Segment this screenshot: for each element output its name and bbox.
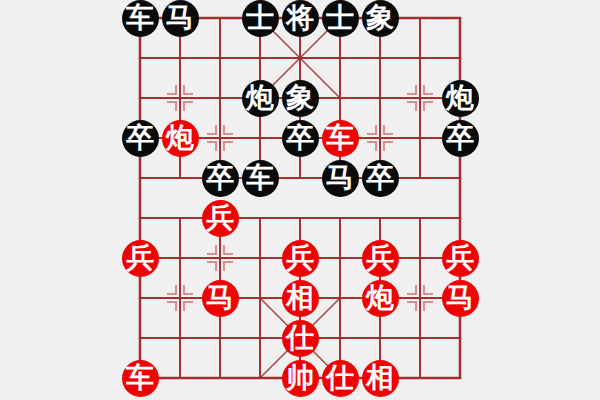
piece-red-soldier-4[interactable]: 兵 <box>362 240 399 277</box>
piece-red-chariot-2[interactable]: 车 <box>122 360 159 397</box>
piece-red-soldier-5[interactable]: 兵 <box>442 240 479 277</box>
piece-black-soldier-3[interactable]: 卒 <box>442 120 479 157</box>
piece-black-elephant-2[interactable]: 象 <box>282 80 319 117</box>
xiangqi-app: 车马士将士象炮象炮卒卒卒卒车马卒炮车兵兵兵兵兵马相炮马仕车帅仕相 <box>0 0 600 400</box>
piece-red-soldier-2[interactable]: 兵 <box>122 240 159 277</box>
piece-red-chariot-1[interactable]: 车 <box>322 120 359 157</box>
piece-red-cannon-2[interactable]: 炮 <box>362 280 399 317</box>
piece-black-cannon-1[interactable]: 炮 <box>242 80 279 117</box>
piece-black-soldier-4[interactable]: 卒 <box>202 160 239 197</box>
piece-red-soldier-1[interactable]: 兵 <box>202 200 239 237</box>
piece-red-elephant-1[interactable]: 相 <box>282 280 319 317</box>
piece-black-advisor-2[interactable]: 士 <box>322 0 359 37</box>
piece-black-elephant-1[interactable]: 象 <box>362 0 399 37</box>
piece-black-horse-2[interactable]: 马 <box>322 160 359 197</box>
piece-red-elephant-2[interactable]: 相 <box>362 360 399 397</box>
piece-red-cannon-1[interactable]: 炮 <box>162 120 199 157</box>
piece-black-chariot-2[interactable]: 车 <box>242 160 279 197</box>
piece-red-advisor-1[interactable]: 仕 <box>282 320 319 357</box>
piece-red-general[interactable]: 帅 <box>282 360 319 397</box>
pieces-layer: 车马士将士象炮象炮卒卒卒卒车马卒炮车兵兵兵兵兵马相炮马仕车帅仕相 <box>0 0 600 400</box>
piece-red-advisor-2[interactable]: 仕 <box>322 360 359 397</box>
piece-black-soldier-2[interactable]: 卒 <box>282 120 319 157</box>
piece-red-soldier-3[interactable]: 兵 <box>282 240 319 277</box>
piece-black-general[interactable]: 将 <box>282 0 319 37</box>
piece-black-soldier-1[interactable]: 卒 <box>122 120 159 157</box>
piece-red-horse-1[interactable]: 马 <box>202 280 239 317</box>
piece-black-cannon-2[interactable]: 炮 <box>442 80 479 117</box>
piece-black-horse-1[interactable]: 马 <box>162 0 199 37</box>
piece-red-horse-2[interactable]: 马 <box>442 280 479 317</box>
piece-black-chariot-1[interactable]: 车 <box>122 0 159 37</box>
piece-black-soldier-5[interactable]: 卒 <box>362 160 399 197</box>
piece-black-advisor-1[interactable]: 士 <box>242 0 279 37</box>
